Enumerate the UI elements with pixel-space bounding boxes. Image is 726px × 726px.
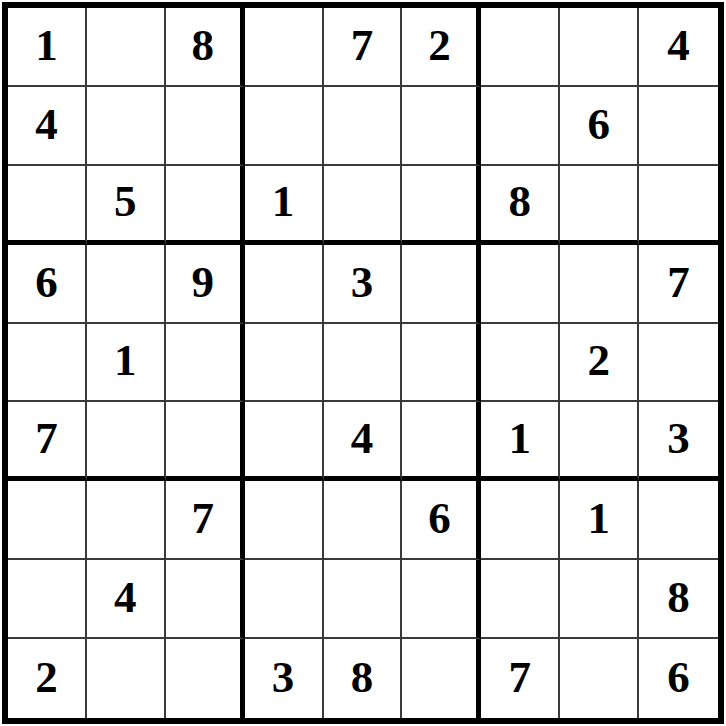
cell-r5c7[interactable] (481, 324, 560, 403)
cell-r9c1[interactable]: 2 (8, 639, 87, 718)
cell-r8c9[interactable]: 8 (639, 560, 718, 639)
digit: 2 (587, 338, 610, 383)
cell-r6c6[interactable] (402, 402, 481, 481)
digit: 2 (35, 655, 58, 700)
digit: 1 (587, 496, 610, 541)
cell-r2c7[interactable] (481, 87, 560, 166)
cell-r5c3[interactable] (166, 324, 245, 403)
cell-r6c5[interactable]: 4 (324, 402, 403, 481)
cell-r5c8[interactable]: 2 (560, 324, 639, 403)
cell-r9c8[interactable] (560, 639, 639, 718)
cell-r8c5[interactable] (324, 560, 403, 639)
digit: 1 (509, 416, 532, 461)
cell-r7c9[interactable] (639, 481, 718, 560)
digit: 7 (191, 496, 214, 541)
cell-r2c6[interactable] (402, 87, 481, 166)
cell-r4c4[interactable] (245, 245, 324, 324)
digit: 8 (667, 575, 690, 620)
cell-r1c8[interactable] (560, 8, 639, 87)
cell-r9c4[interactable]: 3 (245, 639, 324, 718)
cell-r9c3[interactable] (166, 639, 245, 718)
cell-r7c7[interactable] (481, 481, 560, 560)
cell-r6c8[interactable] (560, 402, 639, 481)
digit: 8 (191, 23, 214, 68)
cell-r5c5[interactable] (324, 324, 403, 403)
cell-r4c5[interactable]: 3 (324, 245, 403, 324)
cell-r8c2[interactable]: 4 (87, 560, 166, 639)
cell-r5c1[interactable] (8, 324, 87, 403)
cell-r8c8[interactable] (560, 560, 639, 639)
cell-r2c2[interactable] (87, 87, 166, 166)
cell-r6c9[interactable]: 3 (639, 402, 718, 481)
cell-r1c6[interactable]: 2 (402, 8, 481, 87)
cell-r4c9[interactable]: 7 (639, 245, 718, 324)
cell-r2c5[interactable] (324, 87, 403, 166)
cell-r3c8[interactable] (560, 166, 639, 245)
digit: 7 (509, 655, 532, 700)
cell-r9c7[interactable]: 7 (481, 639, 560, 718)
cell-r3c6[interactable] (402, 166, 481, 245)
cell-r8c7[interactable] (481, 560, 560, 639)
digit: 8 (509, 179, 532, 224)
cell-r7c4[interactable] (245, 481, 324, 560)
cell-r7c6[interactable]: 6 (402, 481, 481, 560)
digit: 4 (114, 575, 137, 620)
sudoku-board: 187244651869371274137614823876 (2, 2, 724, 724)
digit: 1 (114, 338, 137, 383)
cell-r5c6[interactable] (402, 324, 481, 403)
digit: 3 (272, 655, 295, 700)
cell-r6c4[interactable] (245, 402, 324, 481)
cell-r8c1[interactable] (8, 560, 87, 639)
digit: 1 (35, 23, 58, 68)
cell-r6c7[interactable]: 1 (481, 402, 560, 481)
digit: 2 (428, 23, 451, 68)
cell-r8c6[interactable] (402, 560, 481, 639)
cell-r1c2[interactable] (87, 8, 166, 87)
digit: 3 (667, 416, 690, 461)
cell-r3c7[interactable]: 8 (481, 166, 560, 245)
cell-r7c2[interactable] (87, 481, 166, 560)
digit: 6 (587, 102, 610, 147)
cell-r1c5[interactable]: 7 (324, 8, 403, 87)
digit: 7 (667, 260, 690, 305)
digit: 6 (35, 260, 58, 305)
cell-r3c3[interactable] (166, 166, 245, 245)
digit: 4 (667, 23, 690, 68)
cell-r9c2[interactable] (87, 639, 166, 718)
cell-r5c9[interactable] (639, 324, 718, 403)
cell-r3c9[interactable] (639, 166, 718, 245)
cell-r8c3[interactable] (166, 560, 245, 639)
digit: 4 (351, 416, 374, 461)
cell-r4c1[interactable]: 6 (8, 245, 87, 324)
cell-r2c3[interactable] (166, 87, 245, 166)
digit: 3 (351, 260, 374, 305)
digit: 7 (35, 416, 58, 461)
cell-r1c9[interactable]: 4 (639, 8, 718, 87)
cell-r2c4[interactable] (245, 87, 324, 166)
sudoku-page: 187244651869371274137614823876 (0, 0, 726, 726)
digit: 6 (428, 496, 451, 541)
cell-r6c1[interactable]: 7 (8, 402, 87, 481)
cell-r3c1[interactable] (8, 166, 87, 245)
cell-r8c4[interactable] (245, 560, 324, 639)
cell-r7c3[interactable]: 7 (166, 481, 245, 560)
cell-r6c3[interactable] (166, 402, 245, 481)
cell-r5c4[interactable] (245, 324, 324, 403)
cell-r2c1[interactable]: 4 (8, 87, 87, 166)
digit: 5 (114, 179, 137, 224)
cell-r7c1[interactable] (8, 481, 87, 560)
cell-r7c8[interactable]: 1 (560, 481, 639, 560)
cell-r9c6[interactable] (402, 639, 481, 718)
cell-r4c8[interactable] (560, 245, 639, 324)
cell-r1c7[interactable] (481, 8, 560, 87)
digit: 6 (667, 655, 690, 700)
cell-r4c6[interactable] (402, 245, 481, 324)
cell-r1c3[interactable]: 8 (166, 8, 245, 87)
digit: 1 (272, 179, 295, 224)
cell-r1c1[interactable]: 1 (8, 8, 87, 87)
cell-r3c2[interactable]: 5 (87, 166, 166, 245)
cell-r7c5[interactable] (324, 481, 403, 560)
cell-r3c4[interactable]: 1 (245, 166, 324, 245)
cell-r3c5[interactable] (324, 166, 403, 245)
cell-r4c7[interactable] (481, 245, 560, 324)
cell-r2c8[interactable]: 6 (560, 87, 639, 166)
cell-r6c2[interactable] (87, 402, 166, 481)
digit: 8 (351, 655, 374, 700)
cell-r9c9[interactable]: 6 (639, 639, 718, 718)
cell-r2c9[interactable] (639, 87, 718, 166)
cell-r4c2[interactable] (87, 245, 166, 324)
cell-r9c5[interactable]: 8 (324, 639, 403, 718)
cell-r5c2[interactable]: 1 (87, 324, 166, 403)
digit: 4 (35, 102, 58, 147)
digit: 9 (191, 260, 214, 305)
cell-r1c4[interactable] (245, 8, 324, 87)
digit: 7 (351, 23, 374, 68)
cell-r4c3[interactable]: 9 (166, 245, 245, 324)
